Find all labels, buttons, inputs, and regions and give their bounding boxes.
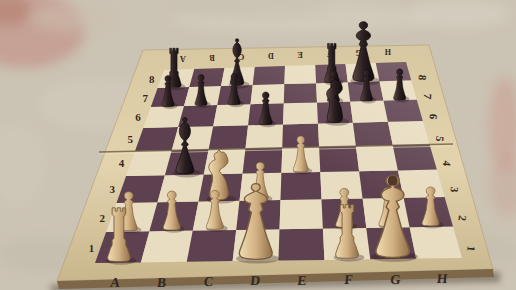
chess-board-photo: AABBCCDDEEFFGGHH1122334455667788 [0, 0, 516, 290]
rank-label-left: 7 [142, 92, 148, 104]
chess-board: AABBCCDDEEFFGGHH1122334455667788 [0, 0, 516, 290]
rank-label-left: 4 [119, 157, 125, 169]
rank-label-left: 8 [149, 73, 155, 85]
rank-label-left: 1 [89, 242, 95, 254]
file-label-top: A [180, 54, 186, 63]
file-label-bottom: E [297, 273, 308, 288]
file-label-bottom: G [389, 272, 402, 287]
file-label-bottom: D [250, 273, 262, 288]
rank-label-left: 5 [127, 133, 133, 145]
file-label-bottom: B [156, 275, 167, 290]
file-label-bottom: F [344, 272, 354, 287]
carpet-pattern [30, 4, 110, 32]
carpet-pattern [410, 0, 510, 28]
file-label-bottom: A [109, 275, 121, 290]
file-label-bottom: C [203, 274, 214, 289]
file-label-top: D [268, 51, 274, 60]
rank-label-left: 2 [100, 212, 106, 224]
file-label-top: H [384, 47, 391, 56]
file-label-bottom: H [436, 271, 449, 286]
file-label-top: B [209, 53, 215, 62]
rank-label-left: 6 [135, 111, 141, 123]
white-king-dark-finial [388, 176, 398, 186]
file-label-top: E [297, 50, 302, 59]
rank-label-left: 3 [110, 183, 116, 195]
